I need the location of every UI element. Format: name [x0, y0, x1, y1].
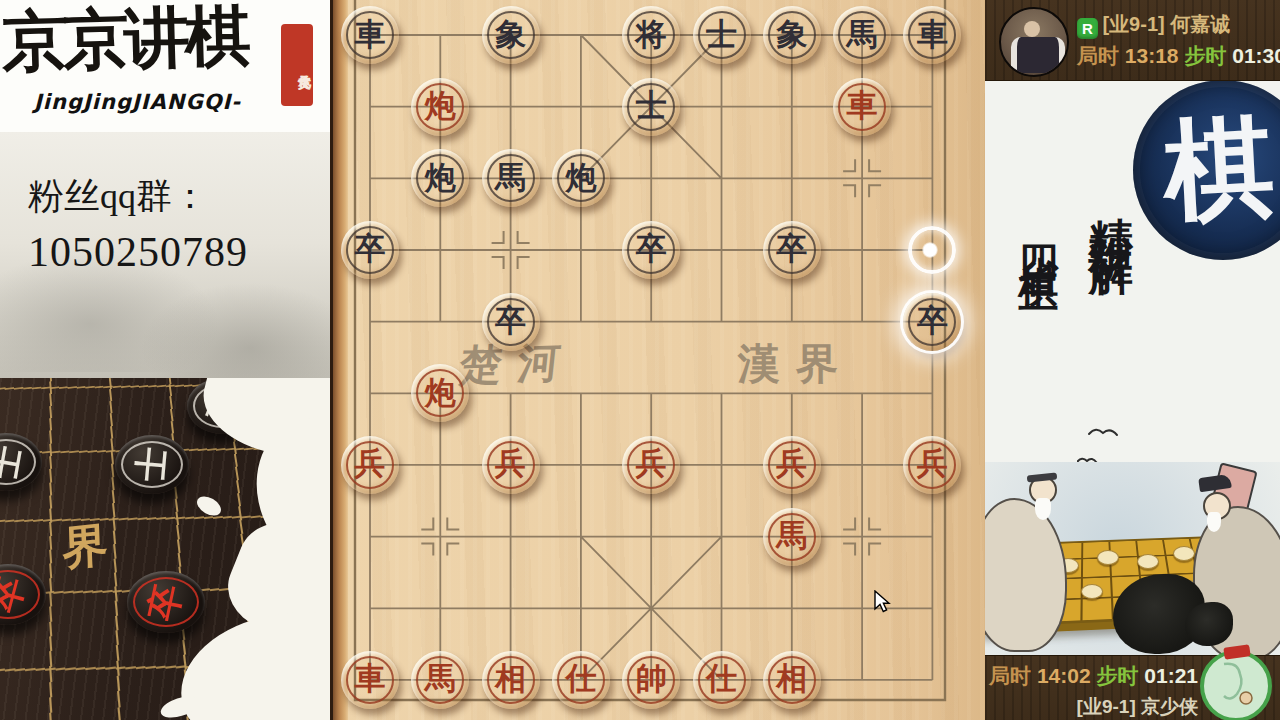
bottom-move-time-label: 步时	[1096, 664, 1138, 687]
piece-ring	[838, 11, 886, 59]
photo-piece-士: 士	[115, 435, 189, 494]
channel-logo: 京京讲棋	[1, 0, 283, 88]
piece-black-士[interactable]: 士	[622, 78, 680, 136]
bottom-player-name[interactable]: [业9-1] 京少侠	[989, 694, 1198, 720]
rank-badge-icon: R	[1077, 18, 1098, 39]
piece-red-相[interactable]: 相	[763, 651, 821, 709]
logo-area: 京京讲棋 传承文化 JingJingJIANGQI-	[0, 0, 330, 132]
stream-screen: 京京讲棋 传承文化 JingJingJIANGQI- 粉丝qq群： 105025…	[0, 0, 1280, 720]
avatar-person	[1024, 21, 1040, 37]
ink-circle-emblem: 棋	[1133, 80, 1280, 260]
piece-ring	[698, 11, 746, 59]
piece-ring	[627, 83, 675, 131]
bottom-player-avatar[interactable]	[1200, 650, 1272, 720]
sage-left-beard	[1035, 498, 1051, 520]
piece-ring	[698, 656, 746, 704]
piece-ring	[487, 11, 535, 59]
piece-ring	[768, 226, 816, 274]
xiangqi-board[interactable]: 楚河 漢界 車象将士象馬車炮士車炮馬炮卒卒卒卒卒炮兵兵兵兵兵馬車馬相仕帥仕相	[330, 0, 985, 720]
piece-red-車[interactable]: 車	[341, 651, 399, 709]
top-game-time: 13:18	[1125, 44, 1179, 67]
piece-ring	[838, 83, 886, 131]
piece-ring	[557, 656, 605, 704]
avatar-face-sketch	[1204, 654, 1260, 710]
piece-black-炮[interactable]: 炮	[552, 149, 610, 207]
piece-ring	[346, 11, 394, 59]
piece-black-車[interactable]: 車	[341, 6, 399, 64]
piece-ring	[487, 154, 535, 202]
piece-ring	[908, 441, 956, 489]
decorative-board-photo: 界 車士士士卒卒炮	[0, 378, 330, 720]
top-move-time: 01:30	[1232, 44, 1280, 67]
piece-ring	[557, 154, 605, 202]
piece-ring	[627, 441, 675, 489]
piece-red-兵[interactable]: 兵	[482, 436, 540, 494]
piece-red-馬[interactable]: 馬	[763, 508, 821, 566]
photo-piece-卒: 卒	[127, 571, 205, 633]
piece-ring	[627, 11, 675, 59]
piece-red-炮[interactable]: 炮	[411, 364, 469, 422]
ink-wash-background: 粉丝qq群： 1050250789	[0, 132, 330, 378]
piece-red-帥[interactable]: 帥	[622, 651, 680, 709]
piece-ring	[908, 11, 956, 59]
illustration-disc	[1173, 546, 1195, 561]
piece-ring	[627, 226, 675, 274]
top-game-time-label: 局时	[1077, 44, 1119, 67]
photo-piece-卒: 卒	[0, 564, 46, 625]
piece-black-卒[interactable]: 卒	[763, 221, 821, 279]
top-player-bar: R [业9-1] 何嘉诚 局时 13:18 步时 01:30	[985, 0, 1280, 81]
fan-qq-group-label: 粉丝qq群：	[28, 172, 208, 221]
top-move-time-label: 步时	[1184, 44, 1226, 67]
slogan-column-1: 四省棋王	[1011, 214, 1066, 254]
piece-black-車[interactable]: 車	[903, 6, 961, 64]
piece-black-将[interactable]: 将	[622, 6, 680, 64]
piece-black-卒[interactable]: 卒	[341, 221, 399, 279]
left-branding-panel: 京京讲棋 传承文化 JingJingJIANGQI- 粉丝qq群： 105025…	[0, 0, 330, 720]
sages-illustration	[985, 462, 1280, 655]
piece-ring	[346, 226, 394, 274]
piece-ring	[346, 441, 394, 489]
move-origin-marker	[908, 226, 956, 274]
piece-red-炮[interactable]: 炮	[411, 78, 469, 136]
piece-black-馬[interactable]: 馬	[482, 149, 540, 207]
piece-black-卒[interactable]: 卒	[903, 293, 961, 351]
sage-right-beard	[1207, 512, 1221, 532]
avatar-person-body	[1011, 37, 1065, 73]
top-player-avatar[interactable]	[999, 7, 1069, 77]
piece-ring	[768, 11, 816, 59]
piece-black-士[interactable]: 士	[693, 6, 751, 64]
fan-qq-group-number: 1050250789	[28, 228, 248, 276]
photo-piece-士: 士	[0, 433, 42, 491]
piece-ring	[416, 154, 464, 202]
piece-black-卒[interactable]: 卒	[622, 221, 680, 279]
slogan-column-2: 精妙讲解	[1081, 182, 1140, 230]
piece-red-相[interactable]: 相	[482, 651, 540, 709]
piece-red-仕[interactable]: 仕	[693, 651, 751, 709]
piece-ring	[627, 656, 675, 704]
logo-seal-stamp: 传承文化	[281, 24, 313, 106]
piece-black-馬[interactable]: 馬	[833, 6, 891, 64]
piece-red-兵[interactable]: 兵	[903, 436, 961, 494]
piece-ring	[487, 298, 535, 346]
piece-layer: 車象将士象馬車炮士車炮馬炮卒卒卒卒卒炮兵兵兵兵兵馬車馬相仕帥仕相	[330, 0, 985, 720]
illustration-disc	[1081, 584, 1103, 599]
piece-ring	[768, 513, 816, 561]
piece-ring	[768, 656, 816, 704]
piece-ring	[346, 656, 394, 704]
illustration-disc	[1097, 550, 1119, 565]
piece-red-仕[interactable]: 仕	[552, 651, 610, 709]
piece-ring	[908, 298, 956, 346]
bottom-game-time: 14:02	[1037, 664, 1091, 687]
piece-ring	[416, 369, 464, 417]
ink-rock-small	[1185, 602, 1233, 646]
piece-ring	[487, 656, 535, 704]
piece-black-象[interactable]: 象	[482, 6, 540, 64]
piece-red-車[interactable]: 車	[833, 78, 891, 136]
bottom-move-time: 01:21	[1144, 664, 1198, 687]
piece-red-兵[interactable]: 兵	[622, 436, 680, 494]
channel-logo-romanized: JingJingJIANGQI-	[34, 90, 241, 114]
piece-black-炮[interactable]: 炮	[411, 149, 469, 207]
bottom-game-time-label: 局时	[989, 664, 1031, 687]
piece-red-兵[interactable]: 兵	[341, 436, 399, 494]
top-player-name[interactable]: [业9-1] 何嘉诚	[1102, 13, 1230, 35]
piece-red-兵[interactable]: 兵	[763, 436, 821, 494]
piece-black-卒[interactable]: 卒	[482, 293, 540, 351]
piece-ring	[487, 441, 535, 489]
piece-red-馬[interactable]: 馬	[411, 651, 469, 709]
piece-ring	[416, 656, 464, 704]
ink-circle-character: 棋	[1160, 93, 1278, 248]
right-sidebar: 棋 四省棋王 精妙讲解	[985, 0, 1280, 720]
piece-ring	[768, 441, 816, 489]
bottom-player-bar: 局时 14:02 步时 01:21 [业9-1] 京少侠	[985, 655, 1280, 720]
piece-black-象[interactable]: 象	[763, 6, 821, 64]
illustration-disc	[1137, 554, 1159, 569]
piece-ring	[416, 83, 464, 131]
